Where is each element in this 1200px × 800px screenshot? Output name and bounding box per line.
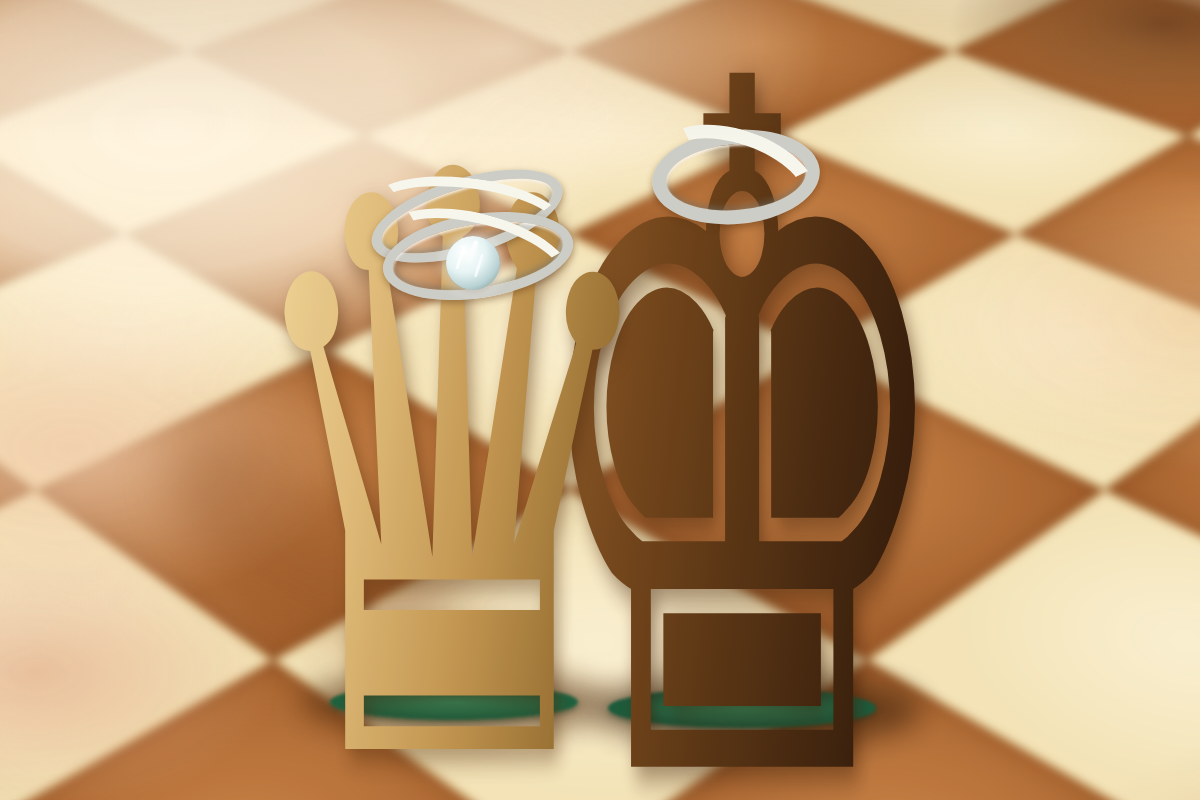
- wedding-chess-photo: ♚ ♛: [0, 0, 1200, 800]
- white-queen-piece: ♛: [93, 0, 810, 712]
- diamond-stone: [446, 236, 500, 290]
